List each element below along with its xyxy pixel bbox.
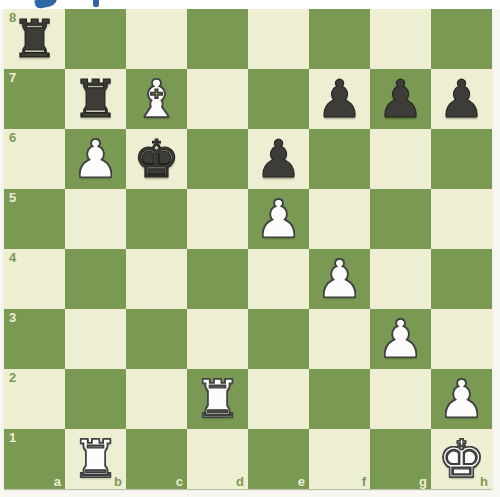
square-e2[interactable] <box>248 369 309 429</box>
rank-label-7: 7 <box>9 71 16 84</box>
rank-label-4: 4 <box>9 251 16 264</box>
square-g3[interactable]: ♟ <box>370 309 431 369</box>
square-c2[interactable] <box>126 369 187 429</box>
square-c1[interactable]: c <box>126 429 187 489</box>
file-label-c: c <box>176 475 183 488</box>
square-d7[interactable] <box>187 69 248 129</box>
square-f1[interactable]: f <box>309 429 370 489</box>
square-g4[interactable] <box>370 249 431 309</box>
rank-label-6: 6 <box>9 131 16 144</box>
square-a6[interactable]: 6 <box>4 129 65 189</box>
square-g5[interactable] <box>370 189 431 249</box>
piece-black-rook[interactable]: ♜ <box>65 69 126 129</box>
square-a8[interactable]: 8♜ <box>4 9 65 69</box>
square-e4[interactable] <box>248 249 309 309</box>
square-e5[interactable]: ♟ <box>248 189 309 249</box>
rank-label-5: 5 <box>9 191 16 204</box>
square-d3[interactable] <box>187 309 248 369</box>
piece-black-king[interactable]: ♚ <box>126 129 187 189</box>
file-label-g: g <box>419 475 427 488</box>
clipped-heading-text-fragment <box>0 0 500 9</box>
square-b8[interactable] <box>65 9 126 69</box>
piece-white-pawn[interactable]: ♟ <box>65 129 126 189</box>
piece-black-rook[interactable]: ♜ <box>4 9 65 69</box>
letter-descender-fragment-icon <box>34 0 58 9</box>
piece-black-pawn[interactable]: ♟ <box>309 69 370 129</box>
square-b4[interactable] <box>65 249 126 309</box>
square-f7[interactable]: ♟ <box>309 69 370 129</box>
square-e1[interactable]: e <box>248 429 309 489</box>
square-g7[interactable]: ♟ <box>370 69 431 129</box>
square-g6[interactable] <box>370 129 431 189</box>
square-h1[interactable]: h♚ <box>431 429 492 489</box>
square-a7[interactable]: 7 <box>4 69 65 129</box>
rank-label-3: 3 <box>9 311 16 324</box>
square-h7[interactable]: ♟ <box>431 69 492 129</box>
piece-white-rook[interactable]: ♜ <box>65 429 126 489</box>
square-h5[interactable] <box>431 189 492 249</box>
square-c3[interactable] <box>126 309 187 369</box>
square-c6[interactable]: ♚ <box>126 129 187 189</box>
square-a1[interactable]: 1a <box>4 429 65 489</box>
square-g8[interactable] <box>370 9 431 69</box>
square-c4[interactable] <box>126 249 187 309</box>
square-c8[interactable] <box>126 9 187 69</box>
square-b1[interactable]: b♜ <box>65 429 126 489</box>
piece-black-pawn[interactable]: ♟ <box>370 69 431 129</box>
file-label-d: d <box>236 475 244 488</box>
square-h4[interactable] <box>431 249 492 309</box>
square-a2[interactable]: 2 <box>4 369 65 429</box>
square-d2[interactable]: ♜ <box>187 369 248 429</box>
piece-white-pawn[interactable]: ♟ <box>248 189 309 249</box>
page: 8♜7♜♝♟♟♟6♟♚♟5♟4♟3♟2♜♟1ab♜cdefgh♚ <box>0 0 500 497</box>
square-e8[interactable] <box>248 9 309 69</box>
square-f3[interactable] <box>309 309 370 369</box>
square-g1[interactable]: g <box>370 429 431 489</box>
square-b7[interactable]: ♜ <box>65 69 126 129</box>
square-h2[interactable]: ♟ <box>431 369 492 429</box>
rank-label-1: 1 <box>9 431 16 444</box>
square-a4[interactable]: 4 <box>4 249 65 309</box>
square-c5[interactable] <box>126 189 187 249</box>
square-f6[interactable] <box>309 129 370 189</box>
piece-white-bishop[interactable]: ♝ <box>126 69 187 129</box>
square-b3[interactable] <box>65 309 126 369</box>
square-d1[interactable]: d <box>187 429 248 489</box>
square-d6[interactable] <box>187 129 248 189</box>
square-f5[interactable] <box>309 189 370 249</box>
square-g2[interactable] <box>370 369 431 429</box>
square-b6[interactable]: ♟ <box>65 129 126 189</box>
piece-white-pawn[interactable]: ♟ <box>431 369 492 429</box>
file-label-e: e <box>298 475 305 488</box>
square-f8[interactable] <box>309 9 370 69</box>
square-f2[interactable] <box>309 369 370 429</box>
square-f4[interactable]: ♟ <box>309 249 370 309</box>
piece-white-pawn[interactable]: ♟ <box>370 309 431 369</box>
piece-white-pawn[interactable]: ♟ <box>309 249 370 309</box>
square-e3[interactable] <box>248 309 309 369</box>
square-b2[interactable] <box>65 369 126 429</box>
square-b5[interactable] <box>65 189 126 249</box>
square-c7[interactable]: ♝ <box>126 69 187 129</box>
file-label-f: f <box>362 475 366 488</box>
file-label-a: a <box>54 475 61 488</box>
letter-descender-fragment-icon <box>93 0 99 7</box>
square-d4[interactable] <box>187 249 248 309</box>
square-a5[interactable]: 5 <box>4 189 65 249</box>
piece-black-pawn[interactable]: ♟ <box>431 69 492 129</box>
square-d5[interactable] <box>187 189 248 249</box>
square-h8[interactable] <box>431 9 492 69</box>
square-h6[interactable] <box>431 129 492 189</box>
piece-black-pawn[interactable]: ♟ <box>248 129 309 189</box>
square-a3[interactable]: 3 <box>4 309 65 369</box>
chess-board[interactable]: 8♜7♜♝♟♟♟6♟♚♟5♟4♟3♟2♜♟1ab♜cdefgh♚ <box>4 9 492 489</box>
square-e6[interactable]: ♟ <box>248 129 309 189</box>
rank-label-2: 2 <box>9 371 16 384</box>
piece-white-rook[interactable]: ♜ <box>187 369 248 429</box>
square-e7[interactable] <box>248 69 309 129</box>
square-h3[interactable] <box>431 309 492 369</box>
piece-white-king[interactable]: ♚ <box>431 429 492 489</box>
square-d8[interactable] <box>187 9 248 69</box>
